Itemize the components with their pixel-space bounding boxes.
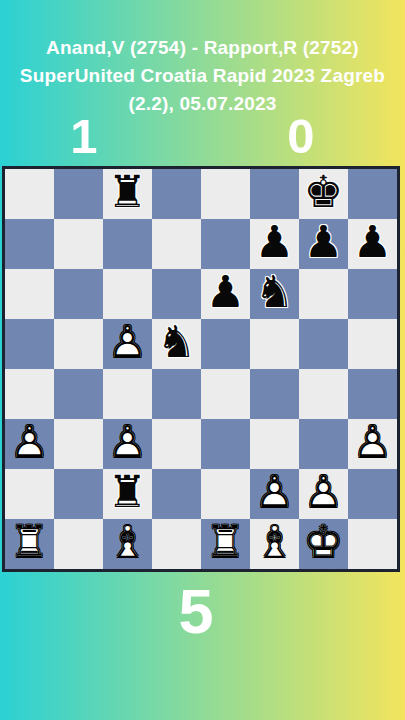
black-pawn: ♟ xyxy=(201,269,250,319)
square-c2[interactable]: ♜ xyxy=(103,469,152,519)
players-line: Anand,V (2754) - Rapport,R (2752) xyxy=(0,34,405,62)
round-date-line: (2.2), 05.07.2023 xyxy=(0,90,405,118)
piece-fill-glyph: ♞ xyxy=(152,317,201,367)
square-d5[interactable]: ♞ xyxy=(152,319,201,369)
square-f8[interactable] xyxy=(250,169,299,219)
square-c1[interactable]: ♝♗ xyxy=(103,519,152,569)
square-f1[interactable]: ♝♗ xyxy=(250,519,299,569)
piece-fill-glyph: ♜ xyxy=(103,467,152,517)
square-a5[interactable] xyxy=(5,319,54,369)
square-c3[interactable]: ♟♙ xyxy=(103,419,152,469)
square-e1[interactable]: ♜♖ xyxy=(201,519,250,569)
piece-outline-glyph: ♙ xyxy=(5,417,54,467)
square-c5[interactable]: ♟♙ xyxy=(103,319,152,369)
square-e4[interactable] xyxy=(201,369,250,419)
square-c8[interactable]: ♜ xyxy=(103,169,152,219)
square-a2[interactable] xyxy=(5,469,54,519)
square-e5[interactable] xyxy=(201,319,250,369)
countdown-number: 5 xyxy=(178,580,213,643)
white-pawn: ♟♙ xyxy=(103,419,152,469)
black-rook: ♜ xyxy=(103,169,152,219)
square-e7[interactable] xyxy=(201,219,250,269)
square-d1[interactable] xyxy=(152,519,201,569)
square-f5[interactable] xyxy=(250,319,299,369)
square-d2[interactable] xyxy=(152,469,201,519)
square-a4[interactable] xyxy=(5,369,54,419)
gradient-background: Anand,V (2754) - Rapport,R (2752) SuperU… xyxy=(0,0,405,720)
piece-fill-glyph: ♚ xyxy=(299,167,348,217)
square-b1[interactable] xyxy=(54,519,103,569)
white-score: 1 xyxy=(70,112,97,161)
square-f7[interactable]: ♟ xyxy=(250,219,299,269)
square-a8[interactable] xyxy=(5,169,54,219)
square-h4[interactable] xyxy=(348,369,397,419)
piece-fill-glyph: ♞ xyxy=(250,267,299,317)
square-a7[interactable] xyxy=(5,219,54,269)
square-e6[interactable]: ♟ xyxy=(201,269,250,319)
square-c4[interactable] xyxy=(103,369,152,419)
piece-outline-glyph: ♔ xyxy=(299,517,348,567)
square-d3[interactable] xyxy=(152,419,201,469)
white-king: ♚♔ xyxy=(299,519,348,569)
square-h7[interactable]: ♟ xyxy=(348,219,397,269)
square-e3[interactable] xyxy=(201,419,250,469)
piece-fill-glyph: ♟ xyxy=(201,267,250,317)
white-bishop: ♝♗ xyxy=(250,519,299,569)
piece-outline-glyph: ♙ xyxy=(348,417,397,467)
square-f2[interactable]: ♟♙ xyxy=(250,469,299,519)
piece-fill-glyph: ♟ xyxy=(348,217,397,267)
square-e2[interactable] xyxy=(201,469,250,519)
piece-outline-glyph: ♙ xyxy=(250,467,299,517)
square-e8[interactable] xyxy=(201,169,250,219)
square-h5[interactable] xyxy=(348,319,397,369)
square-g6[interactable] xyxy=(299,269,348,319)
square-b3[interactable] xyxy=(54,419,103,469)
black-score: 0 xyxy=(287,112,314,161)
square-d8[interactable] xyxy=(152,169,201,219)
event-line: SuperUnited Croatia Rapid 2023 Zagreb xyxy=(0,62,405,90)
piece-fill-glyph: ♟ xyxy=(299,217,348,267)
black-king: ♚ xyxy=(299,169,348,219)
piece-outline-glyph: ♗ xyxy=(103,517,152,567)
square-h8[interactable] xyxy=(348,169,397,219)
square-b7[interactable] xyxy=(54,219,103,269)
square-b2[interactable] xyxy=(54,469,103,519)
square-b8[interactable] xyxy=(54,169,103,219)
chess-board: ♜♚♟♟♟♟♞♟♙♞♟♙♟♙♟♙♜♟♙♟♙♜♖♝♗♜♖♝♗♚♔ xyxy=(2,166,400,572)
square-h3[interactable]: ♟♙ xyxy=(348,419,397,469)
square-d6[interactable] xyxy=(152,269,201,319)
piece-outline-glyph: ♙ xyxy=(103,417,152,467)
match-header: Anand,V (2754) - Rapport,R (2752) SuperU… xyxy=(0,34,405,118)
square-a1[interactable]: ♜♖ xyxy=(5,519,54,569)
square-b4[interactable] xyxy=(54,369,103,419)
square-g8[interactable]: ♚ xyxy=(299,169,348,219)
white-pawn: ♟♙ xyxy=(103,319,152,369)
white-pawn: ♟♙ xyxy=(299,469,348,519)
square-g2[interactable]: ♟♙ xyxy=(299,469,348,519)
square-f4[interactable] xyxy=(250,369,299,419)
white-pawn: ♟♙ xyxy=(348,419,397,469)
square-h6[interactable] xyxy=(348,269,397,319)
piece-outline-glyph: ♙ xyxy=(103,317,152,367)
black-knight: ♞ xyxy=(152,319,201,369)
square-c6[interactable] xyxy=(103,269,152,319)
square-g5[interactable] xyxy=(299,319,348,369)
white-rook: ♜♖ xyxy=(5,519,54,569)
black-knight: ♞ xyxy=(250,269,299,319)
white-pawn: ♟♙ xyxy=(250,469,299,519)
square-h1[interactable] xyxy=(348,519,397,569)
piece-fill-glyph: ♟ xyxy=(250,217,299,267)
square-g7[interactable]: ♟ xyxy=(299,219,348,269)
square-f6[interactable]: ♞ xyxy=(250,269,299,319)
piece-outline-glyph: ♗ xyxy=(250,517,299,567)
black-pawn: ♟ xyxy=(250,219,299,269)
square-d7[interactable] xyxy=(152,219,201,269)
black-pawn: ♟ xyxy=(299,219,348,269)
square-b5[interactable] xyxy=(54,319,103,369)
white-pawn: ♟♙ xyxy=(5,419,54,469)
piece-outline-glyph: ♙ xyxy=(299,467,348,517)
white-bishop: ♝♗ xyxy=(103,519,152,569)
square-h2[interactable] xyxy=(348,469,397,519)
black-pawn: ♟ xyxy=(348,219,397,269)
piece-outline-glyph: ♖ xyxy=(5,517,54,567)
square-g1[interactable]: ♚♔ xyxy=(299,519,348,569)
square-g3[interactable] xyxy=(299,419,348,469)
black-rook: ♜ xyxy=(103,469,152,519)
square-f3[interactable] xyxy=(250,419,299,469)
square-g4[interactable] xyxy=(299,369,348,419)
piece-outline-glyph: ♖ xyxy=(201,517,250,567)
piece-fill-glyph: ♜ xyxy=(103,167,152,217)
white-rook: ♜♖ xyxy=(201,519,250,569)
square-c7[interactable] xyxy=(103,219,152,269)
square-d4[interactable] xyxy=(152,369,201,419)
square-a3[interactable]: ♟♙ xyxy=(5,419,54,469)
square-a6[interactable] xyxy=(5,269,54,319)
square-b6[interactable] xyxy=(54,269,103,319)
